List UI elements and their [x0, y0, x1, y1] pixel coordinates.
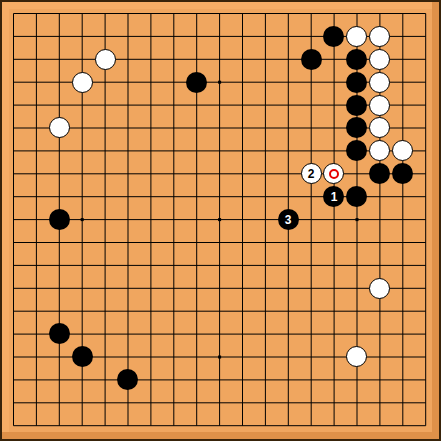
- board-intersection[interactable]: 1: [323, 185, 346, 208]
- board-intersection[interactable]: [71, 368, 94, 391]
- board-intersection[interactable]: [208, 391, 231, 414]
- board-intersection[interactable]: [323, 48, 346, 71]
- board-intersection[interactable]: [94, 117, 117, 140]
- board-intersection[interactable]: [2, 185, 25, 208]
- board-intersection[interactable]: [117, 368, 140, 391]
- board-intersection[interactable]: [208, 25, 231, 48]
- board-intersection[interactable]: [2, 300, 25, 323]
- board-intersection[interactable]: [208, 2, 231, 25]
- board-intersection[interactable]: [345, 139, 368, 162]
- board-intersection[interactable]: [2, 254, 25, 277]
- board-intersection[interactable]: [71, 94, 94, 117]
- board-intersection[interactable]: [277, 2, 300, 25]
- board-intersection[interactable]: [25, 277, 48, 300]
- board-intersection[interactable]: [117, 231, 140, 254]
- board-intersection[interactable]: [277, 94, 300, 117]
- board-intersection[interactable]: [117, 185, 140, 208]
- board-intersection[interactable]: [254, 231, 277, 254]
- board-intersection[interactable]: [368, 162, 391, 185]
- board-intersection[interactable]: [277, 48, 300, 71]
- board-intersection[interactable]: [254, 25, 277, 48]
- board-intersection[interactable]: [414, 231, 437, 254]
- board-intersection[interactable]: [48, 391, 71, 414]
- board-intersection[interactable]: [208, 208, 231, 231]
- board-intersection[interactable]: [25, 300, 48, 323]
- board-intersection[interactable]: [94, 208, 117, 231]
- board-intersection[interactable]: [254, 368, 277, 391]
- board-intersection[interactable]: [208, 139, 231, 162]
- board-intersection[interactable]: [162, 71, 185, 94]
- board-intersection[interactable]: [48, 300, 71, 323]
- board-intersection[interactable]: [117, 94, 140, 117]
- board-intersection[interactable]: [2, 71, 25, 94]
- board-intersection[interactable]: [254, 300, 277, 323]
- board-intersection[interactable]: [368, 139, 391, 162]
- board-intersection[interactable]: [208, 185, 231, 208]
- board-intersection[interactable]: [300, 208, 323, 231]
- board-intersection[interactable]: [231, 368, 254, 391]
- board-intersection[interactable]: [162, 414, 185, 437]
- board-intersection[interactable]: [71, 162, 94, 185]
- board-intersection[interactable]: [117, 71, 140, 94]
- board-intersection[interactable]: [117, 48, 140, 71]
- board-intersection[interactable]: [323, 162, 346, 185]
- board-intersection[interactable]: [2, 231, 25, 254]
- board-intersection[interactable]: [391, 277, 414, 300]
- board-intersection[interactable]: [323, 94, 346, 117]
- board-intersection[interactable]: [231, 208, 254, 231]
- board-intersection[interactable]: [162, 323, 185, 346]
- board-intersection[interactable]: [71, 300, 94, 323]
- board-intersection[interactable]: [323, 254, 346, 277]
- board-intersection[interactable]: [25, 231, 48, 254]
- board-intersection[interactable]: [25, 48, 48, 71]
- board-intersection[interactable]: [48, 277, 71, 300]
- board-intersection[interactable]: [300, 414, 323, 437]
- board-intersection[interactable]: [231, 345, 254, 368]
- board-intersection[interactable]: [277, 185, 300, 208]
- board-intersection[interactable]: [48, 2, 71, 25]
- board-intersection[interactable]: [185, 391, 208, 414]
- board-intersection[interactable]: [94, 277, 117, 300]
- board-intersection[interactable]: [117, 414, 140, 437]
- board-intersection[interactable]: [48, 48, 71, 71]
- board-intersection[interactable]: [25, 94, 48, 117]
- board-intersection[interactable]: [391, 368, 414, 391]
- board-intersection[interactable]: [254, 391, 277, 414]
- board-intersection[interactable]: [71, 231, 94, 254]
- board-intersection[interactable]: [117, 277, 140, 300]
- board-intersection[interactable]: [391, 300, 414, 323]
- board-intersection[interactable]: [391, 117, 414, 140]
- board-intersection[interactable]: [139, 71, 162, 94]
- board-intersection[interactable]: [231, 2, 254, 25]
- board-intersection[interactable]: [231, 48, 254, 71]
- board-intersection[interactable]: [139, 25, 162, 48]
- board-intersection[interactable]: [48, 25, 71, 48]
- board-intersection[interactable]: [139, 162, 162, 185]
- board-intersection[interactable]: [254, 94, 277, 117]
- board-intersection[interactable]: [162, 300, 185, 323]
- board-intersection[interactable]: [300, 2, 323, 25]
- board-intersection[interactable]: [414, 254, 437, 277]
- board-intersection[interactable]: [48, 208, 71, 231]
- board-intersection[interactable]: [94, 71, 117, 94]
- board-intersection[interactable]: [323, 300, 346, 323]
- board-intersection[interactable]: [94, 139, 117, 162]
- board-intersection[interactable]: [300, 71, 323, 94]
- board-intersection[interactable]: [231, 414, 254, 437]
- board-intersection[interactable]: [231, 231, 254, 254]
- board-intersection[interactable]: [414, 345, 437, 368]
- board-intersection[interactable]: [139, 254, 162, 277]
- board-intersection[interactable]: [368, 48, 391, 71]
- board-intersection[interactable]: [414, 300, 437, 323]
- board-intersection[interactable]: [25, 117, 48, 140]
- board-intersection[interactable]: [48, 94, 71, 117]
- board-intersection[interactable]: [414, 323, 437, 346]
- board-intersection[interactable]: [71, 323, 94, 346]
- board-intersection[interactable]: [185, 117, 208, 140]
- board-intersection[interactable]: [71, 277, 94, 300]
- board-intersection[interactable]: [414, 162, 437, 185]
- board-intersection[interactable]: [323, 208, 346, 231]
- board-intersection[interactable]: [71, 2, 94, 25]
- board-intersection[interactable]: [323, 117, 346, 140]
- board-intersection[interactable]: [323, 391, 346, 414]
- board-intersection[interactable]: [139, 323, 162, 346]
- board-intersection[interactable]: [254, 185, 277, 208]
- board-intersection[interactable]: [231, 254, 254, 277]
- board-intersection[interactable]: [139, 277, 162, 300]
- board-intersection[interactable]: [117, 254, 140, 277]
- board-intersection[interactable]: [139, 391, 162, 414]
- board-intersection[interactable]: [185, 254, 208, 277]
- board-intersection[interactable]: [323, 71, 346, 94]
- board-intersection[interactable]: [300, 391, 323, 414]
- board-intersection[interactable]: [300, 117, 323, 140]
- board-intersection[interactable]: [391, 414, 414, 437]
- board-intersection[interactable]: [185, 231, 208, 254]
- board-intersection[interactable]: [300, 231, 323, 254]
- board-intersection[interactable]: [139, 2, 162, 25]
- board-intersection[interactable]: [300, 345, 323, 368]
- board-intersection[interactable]: [391, 254, 414, 277]
- board-intersection[interactable]: [25, 254, 48, 277]
- board-intersection[interactable]: [25, 345, 48, 368]
- board-intersection[interactable]: [71, 117, 94, 140]
- board-intersection[interactable]: [254, 2, 277, 25]
- board-intersection[interactable]: [139, 139, 162, 162]
- board-intersection[interactable]: [391, 208, 414, 231]
- board-intersection[interactable]: [368, 300, 391, 323]
- board-intersection[interactable]: [345, 368, 368, 391]
- board-intersection[interactable]: [254, 323, 277, 346]
- board-intersection[interactable]: [117, 391, 140, 414]
- board-intersection[interactable]: [368, 277, 391, 300]
- board-intersection[interactable]: [231, 323, 254, 346]
- board-intersection[interactable]: [414, 25, 437, 48]
- board-intersection[interactable]: [231, 277, 254, 300]
- board-intersection[interactable]: [300, 300, 323, 323]
- board-intersection[interactable]: [345, 71, 368, 94]
- board-intersection[interactable]: [368, 94, 391, 117]
- board-intersection[interactable]: [345, 208, 368, 231]
- board-intersection[interactable]: [71, 254, 94, 277]
- board-intersection[interactable]: [345, 94, 368, 117]
- board-intersection[interactable]: [254, 414, 277, 437]
- board-intersection[interactable]: [117, 323, 140, 346]
- board-intersection[interactable]: [139, 231, 162, 254]
- board-intersection[interactable]: [117, 139, 140, 162]
- board-intersection[interactable]: [185, 162, 208, 185]
- board-intersection[interactable]: 3: [277, 208, 300, 231]
- board-intersection[interactable]: [231, 71, 254, 94]
- board-intersection[interactable]: [162, 117, 185, 140]
- board-intersection[interactable]: [368, 2, 391, 25]
- board-intersection[interactable]: [277, 323, 300, 346]
- board-intersection[interactable]: [94, 414, 117, 437]
- board-intersection[interactable]: [391, 162, 414, 185]
- board-intersection[interactable]: [25, 2, 48, 25]
- board-intersection[interactable]: [185, 2, 208, 25]
- board-intersection[interactable]: [48, 368, 71, 391]
- board-intersection[interactable]: [208, 345, 231, 368]
- board-intersection[interactable]: [208, 48, 231, 71]
- board-intersection[interactable]: [25, 414, 48, 437]
- board-intersection[interactable]: [414, 391, 437, 414]
- board-intersection[interactable]: [94, 323, 117, 346]
- board-intersection[interactable]: [48, 231, 71, 254]
- board-intersection[interactable]: [162, 345, 185, 368]
- board-intersection[interactable]: [94, 368, 117, 391]
- board-intersection[interactable]: [162, 25, 185, 48]
- board-intersection[interactable]: [71, 71, 94, 94]
- board-intersection[interactable]: [117, 345, 140, 368]
- board-intersection[interactable]: [48, 414, 71, 437]
- board-intersection[interactable]: [2, 368, 25, 391]
- board-intersection[interactable]: [162, 391, 185, 414]
- board-intersection[interactable]: [300, 254, 323, 277]
- board-intersection[interactable]: [414, 139, 437, 162]
- board-intersection[interactable]: [254, 48, 277, 71]
- board-intersection[interactable]: [2, 2, 25, 25]
- board-intersection[interactable]: [48, 117, 71, 140]
- board-intersection[interactable]: [208, 162, 231, 185]
- board-intersection[interactable]: [368, 345, 391, 368]
- board-intersection[interactable]: [25, 208, 48, 231]
- board-intersection[interactable]: [162, 139, 185, 162]
- board-intersection[interactable]: [71, 139, 94, 162]
- board-intersection[interactable]: [208, 94, 231, 117]
- board-intersection[interactable]: [391, 48, 414, 71]
- board-intersection[interactable]: [185, 208, 208, 231]
- board-intersection[interactable]: [162, 162, 185, 185]
- board-intersection[interactable]: [254, 117, 277, 140]
- board-intersection[interactable]: [391, 231, 414, 254]
- board-intersection[interactable]: [277, 345, 300, 368]
- board-intersection[interactable]: [323, 231, 346, 254]
- board-intersection[interactable]: [231, 117, 254, 140]
- board-intersection[interactable]: [2, 277, 25, 300]
- board-intersection[interactable]: [139, 300, 162, 323]
- board-intersection[interactable]: [277, 231, 300, 254]
- board-intersection[interactable]: [25, 391, 48, 414]
- board-intersection[interactable]: [414, 48, 437, 71]
- board-intersection[interactable]: [94, 345, 117, 368]
- board-intersection[interactable]: [414, 71, 437, 94]
- board-intersection[interactable]: [117, 2, 140, 25]
- board-intersection[interactable]: [94, 94, 117, 117]
- board-intersection[interactable]: [323, 277, 346, 300]
- board-intersection[interactable]: [162, 185, 185, 208]
- board-intersection[interactable]: [323, 139, 346, 162]
- board-intersection[interactable]: [345, 391, 368, 414]
- board-intersection[interactable]: [71, 48, 94, 71]
- board-intersection[interactable]: [345, 25, 368, 48]
- board-intersection[interactable]: [94, 254, 117, 277]
- board-intersection[interactable]: [391, 25, 414, 48]
- board-intersection[interactable]: [208, 231, 231, 254]
- board-intersection[interactable]: [345, 231, 368, 254]
- board-intersection[interactable]: [323, 323, 346, 346]
- board-intersection[interactable]: [139, 345, 162, 368]
- board-intersection[interactable]: [162, 208, 185, 231]
- board-intersection[interactable]: [414, 208, 437, 231]
- board-intersection[interactable]: [139, 117, 162, 140]
- board-intersection[interactable]: [25, 323, 48, 346]
- board-intersection[interactable]: [277, 254, 300, 277]
- board-intersection[interactable]: [48, 71, 71, 94]
- board-intersection[interactable]: [185, 71, 208, 94]
- board-intersection[interactable]: [277, 71, 300, 94]
- board-intersection[interactable]: [25, 162, 48, 185]
- board-intersection[interactable]: [345, 254, 368, 277]
- board-intersection[interactable]: [162, 254, 185, 277]
- board-intersection[interactable]: [208, 300, 231, 323]
- board-intersection[interactable]: [185, 48, 208, 71]
- board-intersection[interactable]: [71, 391, 94, 414]
- board-intersection[interactable]: [391, 139, 414, 162]
- board-intersection[interactable]: [139, 94, 162, 117]
- board-intersection[interactable]: [345, 48, 368, 71]
- board-intersection[interactable]: [368, 323, 391, 346]
- board-intersection[interactable]: [300, 185, 323, 208]
- board-intersection[interactable]: [208, 414, 231, 437]
- board-intersection[interactable]: [277, 391, 300, 414]
- board-intersection[interactable]: [94, 185, 117, 208]
- board-intersection[interactable]: [2, 323, 25, 346]
- board-intersection[interactable]: [117, 117, 140, 140]
- board-intersection[interactable]: [345, 345, 368, 368]
- board-intersection[interactable]: [71, 185, 94, 208]
- board-intersection[interactable]: [231, 391, 254, 414]
- board-intersection[interactable]: [391, 71, 414, 94]
- board-intersection[interactable]: [277, 277, 300, 300]
- board-intersection[interactable]: [414, 185, 437, 208]
- board-intersection[interactable]: [25, 71, 48, 94]
- board-intersection[interactable]: [185, 414, 208, 437]
- board-intersection[interactable]: [368, 414, 391, 437]
- board-intersection[interactable]: [208, 254, 231, 277]
- board-intersection[interactable]: [368, 25, 391, 48]
- board-intersection[interactable]: [208, 277, 231, 300]
- board-intersection[interactable]: [277, 25, 300, 48]
- board-intersection[interactable]: [414, 94, 437, 117]
- board-intersection[interactable]: [139, 208, 162, 231]
- board-intersection[interactable]: [277, 139, 300, 162]
- board-intersection[interactable]: [391, 391, 414, 414]
- board-intersection[interactable]: [162, 231, 185, 254]
- board-intersection[interactable]: [231, 300, 254, 323]
- board-intersection[interactable]: [48, 185, 71, 208]
- board-intersection[interactable]: [208, 117, 231, 140]
- board-intersection[interactable]: [277, 162, 300, 185]
- board-intersection[interactable]: [25, 25, 48, 48]
- board-intersection[interactable]: [185, 323, 208, 346]
- board-intersection[interactable]: [414, 277, 437, 300]
- board-intersection[interactable]: [345, 185, 368, 208]
- board-intersection[interactable]: [323, 414, 346, 437]
- board-intersection[interactable]: [414, 368, 437, 391]
- board-intersection[interactable]: [117, 25, 140, 48]
- board-intersection[interactable]: [162, 277, 185, 300]
- board-intersection[interactable]: [254, 162, 277, 185]
- board-intersection[interactable]: [94, 25, 117, 48]
- board-intersection[interactable]: [414, 117, 437, 140]
- board-intersection[interactable]: [231, 25, 254, 48]
- board-intersection[interactable]: [300, 323, 323, 346]
- board-intersection[interactable]: [300, 368, 323, 391]
- board-intersection[interactable]: [25, 185, 48, 208]
- board-intersection[interactable]: [185, 368, 208, 391]
- board-intersection[interactable]: [48, 323, 71, 346]
- board-intersection[interactable]: [48, 345, 71, 368]
- board-intersection[interactable]: [300, 94, 323, 117]
- board-intersection[interactable]: [300, 277, 323, 300]
- board-intersection[interactable]: [94, 231, 117, 254]
- board-intersection[interactable]: [185, 94, 208, 117]
- board-intersection[interactable]: [368, 71, 391, 94]
- board-intersection[interactable]: [254, 139, 277, 162]
- board-intersection[interactable]: [254, 277, 277, 300]
- board-intersection[interactable]: [391, 345, 414, 368]
- board-intersection[interactable]: [323, 368, 346, 391]
- board-intersection[interactable]: [391, 323, 414, 346]
- board-intersection[interactable]: [139, 48, 162, 71]
- board-intersection[interactable]: [277, 368, 300, 391]
- board-intersection[interactable]: [414, 414, 437, 437]
- board-intersection[interactable]: 2: [300, 162, 323, 185]
- board-intersection[interactable]: [25, 139, 48, 162]
- board-intersection[interactable]: [391, 94, 414, 117]
- board-intersection[interactable]: [208, 71, 231, 94]
- board-intersection[interactable]: [368, 208, 391, 231]
- board-intersection[interactable]: [368, 185, 391, 208]
- board-intersection[interactable]: [2, 48, 25, 71]
- board-intersection[interactable]: [254, 254, 277, 277]
- board-intersection[interactable]: [277, 300, 300, 323]
- board-intersection[interactable]: [2, 94, 25, 117]
- board-intersection[interactable]: [368, 117, 391, 140]
- board-intersection[interactable]: [71, 25, 94, 48]
- board-intersection[interactable]: [185, 277, 208, 300]
- board-intersection[interactable]: [323, 345, 346, 368]
- board-intersection[interactable]: [300, 139, 323, 162]
- board-intersection[interactable]: [71, 208, 94, 231]
- board-intersection[interactable]: [254, 345, 277, 368]
- board-intersection[interactable]: [300, 48, 323, 71]
